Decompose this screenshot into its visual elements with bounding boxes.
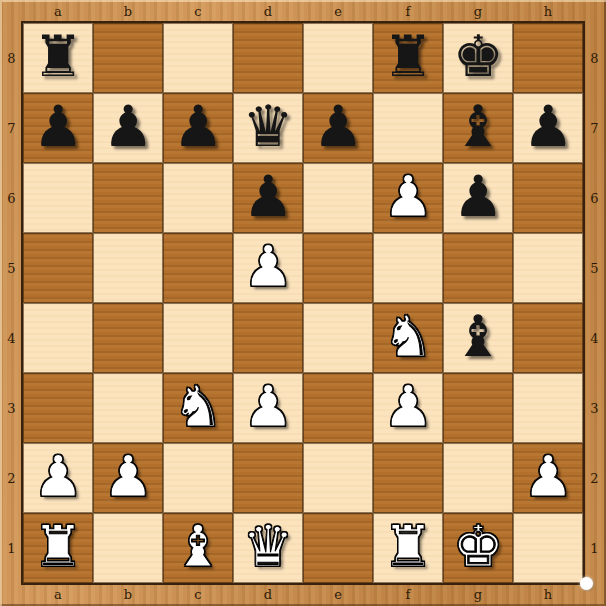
- black-pawn-h7[interactable]: ♟: [522, 98, 573, 155]
- file-label-g: g: [443, 0, 513, 23]
- black-king-g8[interactable]: ♚: [452, 28, 503, 85]
- square-d5[interactable]: ♟: [233, 233, 303, 303]
- white-pawn-d5[interactable]: ♟: [242, 238, 293, 295]
- square-f2[interactable]: [373, 443, 443, 513]
- black-pawn-c7[interactable]: ♟: [172, 98, 223, 155]
- square-d2[interactable]: [233, 443, 303, 513]
- square-f6[interactable]: ♟: [373, 163, 443, 233]
- black-bishop-g7[interactable]: ♝: [452, 98, 503, 155]
- rank-label-3: 3: [0, 373, 23, 443]
- black-pawn-e7[interactable]: ♟: [312, 98, 363, 155]
- white-pawn-f3[interactable]: ♟: [382, 378, 433, 435]
- file-label-h: h: [513, 583, 583, 606]
- rank-label-1: 1: [0, 513, 23, 583]
- white-pawn-a2[interactable]: ♟: [32, 448, 83, 505]
- square-f8[interactable]: ♜: [373, 23, 443, 93]
- white-rook-f1[interactable]: ♜: [382, 518, 433, 575]
- square-f1[interactable]: ♜: [373, 513, 443, 583]
- white-knight-f4[interactable]: ♞: [382, 308, 433, 365]
- white-pawn-h2[interactable]: ♟: [522, 448, 573, 505]
- rank-label-2: 2: [0, 443, 23, 513]
- square-h5[interactable]: [513, 233, 583, 303]
- square-a2[interactable]: ♟: [23, 443, 93, 513]
- square-d3[interactable]: ♟: [233, 373, 303, 443]
- black-pawn-d6[interactable]: ♟: [242, 168, 293, 225]
- square-h6[interactable]: [513, 163, 583, 233]
- file-label-a: a: [23, 583, 93, 606]
- black-pawn-g6[interactable]: ♟: [452, 168, 503, 225]
- file-label-f: f: [373, 0, 443, 23]
- square-g4[interactable]: ♝: [443, 303, 513, 373]
- black-rook-f8[interactable]: ♜: [382, 28, 433, 85]
- square-f3[interactable]: ♟: [373, 373, 443, 443]
- square-g8[interactable]: ♚: [443, 23, 513, 93]
- square-c8[interactable]: [163, 23, 233, 93]
- square-b6[interactable]: [93, 163, 163, 233]
- rank-label-8: 8: [583, 23, 606, 93]
- file-labels-bottom: abcdefgh: [23, 583, 583, 606]
- square-d8[interactable]: [233, 23, 303, 93]
- file-label-a: a: [23, 0, 93, 23]
- file-label-c: c: [163, 0, 233, 23]
- square-e5[interactable]: [303, 233, 373, 303]
- square-a7[interactable]: ♟: [23, 93, 93, 163]
- square-b4[interactable]: [93, 303, 163, 373]
- file-label-e: e: [303, 0, 373, 23]
- square-e3[interactable]: [303, 373, 373, 443]
- file-label-b: b: [93, 583, 163, 606]
- black-pawn-b7[interactable]: ♟: [102, 98, 153, 155]
- square-g1[interactable]: ♚: [443, 513, 513, 583]
- rank-label-7: 7: [0, 93, 23, 163]
- white-rook-a1[interactable]: ♜: [32, 518, 83, 575]
- square-e6[interactable]: [303, 163, 373, 233]
- rank-labels-left: 87654321: [0, 23, 23, 583]
- square-b7[interactable]: ♟: [93, 93, 163, 163]
- square-a4[interactable]: [23, 303, 93, 373]
- square-f4[interactable]: ♞: [373, 303, 443, 373]
- square-d4[interactable]: [233, 303, 303, 373]
- square-c1[interactable]: ♝: [163, 513, 233, 583]
- square-h7[interactable]: ♟: [513, 93, 583, 163]
- square-a6[interactable]: [23, 163, 93, 233]
- rank-labels-right: 87654321: [583, 23, 606, 583]
- square-h2[interactable]: ♟: [513, 443, 583, 513]
- square-a8[interactable]: ♜: [23, 23, 93, 93]
- rank-label-5: 5: [583, 233, 606, 303]
- file-labels-top: abcdefgh: [23, 0, 583, 23]
- board[interactable]: ♜♜♚♟♟♟♛♟♝♟♟♟♟♟♞♝♞♟♟♟♟♟♜♝♛♜♚: [23, 23, 583, 583]
- square-f5[interactable]: [373, 233, 443, 303]
- square-b2[interactable]: ♟: [93, 443, 163, 513]
- square-b8[interactable]: [93, 23, 163, 93]
- square-b1[interactable]: [93, 513, 163, 583]
- white-queen-d1[interactable]: ♛: [242, 518, 293, 575]
- black-pawn-a7[interactable]: ♟: [32, 98, 83, 155]
- square-c5[interactable]: [163, 233, 233, 303]
- rank-label-2: 2: [583, 443, 606, 513]
- square-a3[interactable]: [23, 373, 93, 443]
- white-pawn-d3[interactable]: ♟: [242, 378, 293, 435]
- square-e1[interactable]: [303, 513, 373, 583]
- square-c7[interactable]: ♟: [163, 93, 233, 163]
- white-pawn-f6[interactable]: ♟: [382, 168, 433, 225]
- rank-label-6: 6: [583, 163, 606, 233]
- rank-label-6: 6: [0, 163, 23, 233]
- chess-board-window: abcdefgh 87654321 ♜♜♚♟♟♟♛♟♝♟♟♟♟♟♞♝♞♟♟♟♟♟…: [0, 0, 606, 606]
- square-g2[interactable]: [443, 443, 513, 513]
- square-g3[interactable]: [443, 373, 513, 443]
- square-a5[interactable]: [23, 233, 93, 303]
- square-e2[interactable]: [303, 443, 373, 513]
- square-e4[interactable]: [303, 303, 373, 373]
- black-rook-a8[interactable]: ♜: [32, 28, 83, 85]
- square-c6[interactable]: [163, 163, 233, 233]
- square-h4[interactable]: [513, 303, 583, 373]
- rank-label-7: 7: [583, 93, 606, 163]
- rank-label-1: 1: [583, 513, 606, 583]
- square-g5[interactable]: [443, 233, 513, 303]
- square-a1[interactable]: ♜: [23, 513, 93, 583]
- rank-label-4: 4: [0, 303, 23, 373]
- black-queen-d7[interactable]: ♛: [242, 98, 293, 155]
- square-e8[interactable]: [303, 23, 373, 93]
- file-label-e: e: [303, 583, 373, 606]
- square-f7[interactable]: [373, 93, 443, 163]
- white-bishop-c1[interactable]: ♝: [172, 518, 223, 575]
- rank-label-8: 8: [0, 23, 23, 93]
- rank-label-5: 5: [0, 233, 23, 303]
- rank-label-3: 3: [583, 373, 606, 443]
- white-to-move-indicator: [580, 577, 593, 590]
- file-label-b: b: [93, 0, 163, 23]
- square-c2[interactable]: [163, 443, 233, 513]
- square-h8[interactable]: [513, 23, 583, 93]
- square-b3[interactable]: [93, 373, 163, 443]
- white-king-g1[interactable]: ♚: [452, 518, 503, 575]
- rank-label-4: 4: [583, 303, 606, 373]
- white-knight-c3[interactable]: ♞: [172, 378, 223, 435]
- square-e7[interactable]: ♟: [303, 93, 373, 163]
- file-label-f: f: [373, 583, 443, 606]
- file-label-d: d: [233, 583, 303, 606]
- square-d6[interactable]: ♟: [233, 163, 303, 233]
- square-h3[interactable]: [513, 373, 583, 443]
- square-d1[interactable]: ♛: [233, 513, 303, 583]
- square-c4[interactable]: [163, 303, 233, 373]
- file-label-g: g: [443, 583, 513, 606]
- square-b5[interactable]: [93, 233, 163, 303]
- square-g7[interactable]: ♝: [443, 93, 513, 163]
- file-label-h: h: [513, 0, 583, 23]
- square-g6[interactable]: ♟: [443, 163, 513, 233]
- square-d7[interactable]: ♛: [233, 93, 303, 163]
- file-label-c: c: [163, 583, 233, 606]
- square-h1[interactable]: [513, 513, 583, 583]
- black-bishop-g4[interactable]: ♝: [452, 308, 503, 365]
- square-c3[interactable]: ♞: [163, 373, 233, 443]
- file-label-d: d: [233, 0, 303, 23]
- white-pawn-b2[interactable]: ♟: [102, 448, 153, 505]
